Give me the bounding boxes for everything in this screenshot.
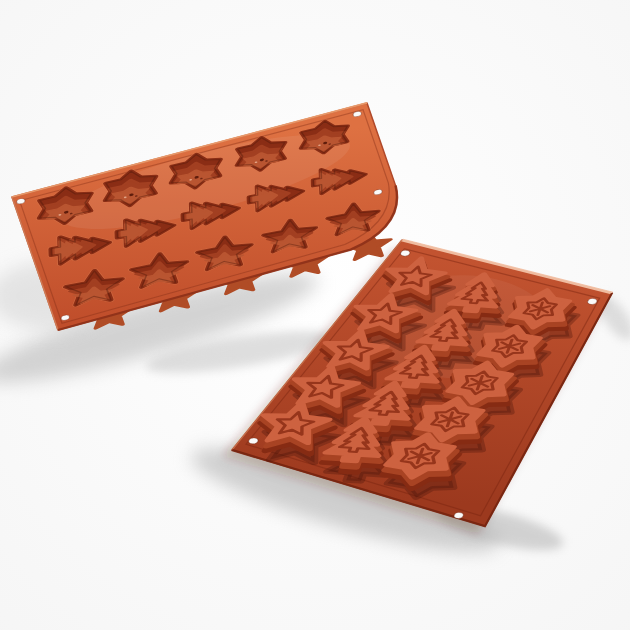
product-photo: Two terracotta silicone baking molds on …	[0, 0, 630, 630]
scene-svg	[0, 0, 630, 630]
